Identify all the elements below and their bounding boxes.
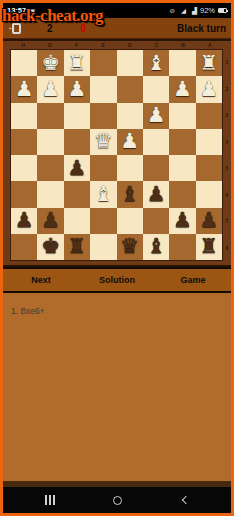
square-g1[interactable]: ♚ xyxy=(37,50,63,76)
square-b4[interactable] xyxy=(169,129,195,155)
square-h8[interactable] xyxy=(11,234,37,260)
piece-white-queen: ♛ xyxy=(94,131,113,152)
square-a3[interactable] xyxy=(196,103,222,129)
home-icon[interactable] xyxy=(113,493,122,507)
square-a7[interactable]: ♟ xyxy=(196,208,222,234)
square-g8[interactable]: ♚ xyxy=(37,234,63,260)
square-f3[interactable] xyxy=(64,103,90,129)
rank-label-3: 3 xyxy=(223,102,231,129)
square-d7[interactable] xyxy=(117,208,143,234)
piece-black-pawn: ♟ xyxy=(199,210,218,231)
square-h3[interactable] xyxy=(11,103,37,129)
file-label-a: A xyxy=(196,41,223,49)
piece-white-pawn: ♟ xyxy=(173,79,192,100)
android-nav-bar xyxy=(3,487,231,513)
watermark-text: hack-cheat.org xyxy=(2,6,103,26)
square-d5[interactable] xyxy=(117,155,143,181)
square-b5[interactable] xyxy=(169,155,195,181)
chess-board-frame: HGFEDCBA 12345678 ♚♜♝♜♟♟♟♟♟♟♛♟♟♝♝♟♟♟♟♟♚♜… xyxy=(3,39,231,267)
square-c7[interactable] xyxy=(143,208,169,234)
square-c8[interactable]: ♝ xyxy=(143,234,169,260)
rank-label-8: 8 xyxy=(223,235,231,262)
piece-white-rook: ♜ xyxy=(68,53,87,74)
square-f6[interactable] xyxy=(64,181,90,207)
square-b1[interactable] xyxy=(169,50,195,76)
puzzle-toolbar: Next Solution Game xyxy=(3,267,231,293)
rank-label-2: 2 xyxy=(223,76,231,103)
square-g2[interactable]: ♟ xyxy=(37,76,63,102)
solution-button[interactable]: Solution xyxy=(79,269,155,291)
square-f5[interactable]: ♟ xyxy=(64,155,90,181)
piece-black-pawn: ♟ xyxy=(15,210,34,231)
piece-black-pawn: ♟ xyxy=(68,158,87,179)
file-label-b: B xyxy=(170,41,197,49)
square-f8[interactable]: ♜ xyxy=(64,234,90,260)
square-g5[interactable] xyxy=(37,155,63,181)
square-c6[interactable]: ♟ xyxy=(143,181,169,207)
square-b8[interactable] xyxy=(169,234,195,260)
file-label-g: G xyxy=(37,41,64,49)
wifi-call-icon: ◢ xyxy=(181,7,186,15)
square-e7[interactable] xyxy=(90,208,116,234)
piece-white-pawn: ♟ xyxy=(147,105,166,126)
piece-white-king: ♚ xyxy=(41,53,60,74)
square-a6[interactable] xyxy=(196,181,222,207)
square-d2[interactable] xyxy=(117,76,143,102)
square-h6[interactable] xyxy=(11,181,37,207)
game-button[interactable]: Game xyxy=(155,269,231,291)
square-g3[interactable] xyxy=(37,103,63,129)
signal-icon: ▟ xyxy=(192,7,197,15)
square-b3[interactable] xyxy=(169,103,195,129)
square-h4[interactable] xyxy=(11,129,37,155)
rank-label-1: 1 xyxy=(223,49,231,76)
square-b7[interactable]: ♟ xyxy=(169,208,195,234)
battery-icon xyxy=(218,8,227,13)
piece-black-pawn: ♟ xyxy=(147,184,166,205)
square-a8[interactable]: ♜ xyxy=(196,234,222,260)
square-a5[interactable] xyxy=(196,155,222,181)
square-f7[interactable] xyxy=(64,208,90,234)
square-d1[interactable] xyxy=(117,50,143,76)
status-right-cluster: ⊘ ◢ ▟ 92% xyxy=(167,6,227,15)
file-label-d: D xyxy=(117,41,144,49)
piece-black-rook: ♜ xyxy=(68,236,87,257)
square-d3[interactable] xyxy=(117,103,143,129)
piece-black-pawn: ♟ xyxy=(173,210,192,231)
square-d8[interactable]: ♛ xyxy=(117,234,143,260)
file-label-f: F xyxy=(63,41,90,49)
square-b2[interactable]: ♟ xyxy=(169,76,195,102)
piece-black-rook: ♜ xyxy=(199,236,218,257)
move-entry: 1. Bxe6+ xyxy=(11,306,223,316)
piece-white-pawn: ♟ xyxy=(120,131,139,152)
board-grid: ♚♜♝♜♟♟♟♟♟♟♛♟♟♝♝♟♟♟♟♟♚♜♛♝♜ xyxy=(10,49,223,261)
piece-white-pawn: ♟ xyxy=(15,79,34,100)
piece-black-bishop: ♝ xyxy=(120,184,139,205)
piece-white-bishop: ♝ xyxy=(147,53,166,74)
square-a4[interactable] xyxy=(196,129,222,155)
square-h2[interactable]: ♟ xyxy=(11,76,37,102)
piece-white-pawn: ♟ xyxy=(68,79,87,100)
rank-label-5: 5 xyxy=(223,155,231,182)
move-list: 1. Bxe6+ xyxy=(3,293,231,481)
square-f4[interactable] xyxy=(64,129,90,155)
square-b6[interactable] xyxy=(169,181,195,207)
square-h1[interactable] xyxy=(11,50,37,76)
phone-screen: hack-cheat.org 13:57 ▣ ⊘ ◢ ▟ 92% ← 2 0 B… xyxy=(0,0,234,516)
square-e6[interactable]: ♝ xyxy=(90,181,116,207)
square-c3[interactable]: ♟ xyxy=(143,103,169,129)
square-g7[interactable]: ♟ xyxy=(37,208,63,234)
square-g6[interactable] xyxy=(37,181,63,207)
square-e8[interactable] xyxy=(90,234,116,260)
piece-black-pawn: ♟ xyxy=(41,210,60,231)
square-c5[interactable] xyxy=(143,155,169,181)
piece-white-pawn: ♟ xyxy=(199,79,218,100)
square-a1[interactable]: ♜ xyxy=(196,50,222,76)
rank-label-4: 4 xyxy=(223,129,231,156)
square-d6[interactable]: ♝ xyxy=(117,181,143,207)
square-c1[interactable]: ♝ xyxy=(143,50,169,76)
piece-black-bishop: ♝ xyxy=(147,236,166,257)
square-e5[interactable] xyxy=(90,155,116,181)
square-e1[interactable] xyxy=(90,50,116,76)
file-label-h: H xyxy=(10,41,37,49)
piece-black-queen: ♛ xyxy=(120,236,139,257)
square-e3[interactable] xyxy=(90,103,116,129)
mute-icon: ⊘ xyxy=(170,7,175,15)
turn-indicator: Black turn xyxy=(177,23,226,34)
square-d4[interactable]: ♟ xyxy=(117,129,143,155)
square-e4[interactable]: ♛ xyxy=(90,129,116,155)
recents-icon[interactable] xyxy=(45,493,55,507)
piece-black-king: ♚ xyxy=(41,236,60,257)
next-button[interactable]: Next xyxy=(3,269,79,291)
back-icon[interactable] xyxy=(181,493,189,507)
square-f1[interactable]: ♜ xyxy=(64,50,90,76)
rank-label-7: 7 xyxy=(223,208,231,235)
square-a2[interactable]: ♟ xyxy=(196,76,222,102)
file-labels: HGFEDCBA xyxy=(10,41,223,49)
file-label-c: C xyxy=(143,41,170,49)
square-h7[interactable]: ♟ xyxy=(11,208,37,234)
piece-white-rook: ♜ xyxy=(199,53,218,74)
piece-white-pawn: ♟ xyxy=(41,79,60,100)
rank-labels: 12345678 xyxy=(223,49,231,261)
square-e2[interactable] xyxy=(90,76,116,102)
square-h5[interactable] xyxy=(11,155,37,181)
piece-white-bishop: ♝ xyxy=(94,184,113,205)
square-c4[interactable] xyxy=(143,129,169,155)
square-f2[interactable]: ♟ xyxy=(64,76,90,102)
square-g4[interactable] xyxy=(37,129,63,155)
square-c2[interactable] xyxy=(143,76,169,102)
battery-percent: 92% xyxy=(200,6,215,15)
file-label-e: E xyxy=(90,41,117,49)
rank-label-6: 6 xyxy=(223,182,231,209)
